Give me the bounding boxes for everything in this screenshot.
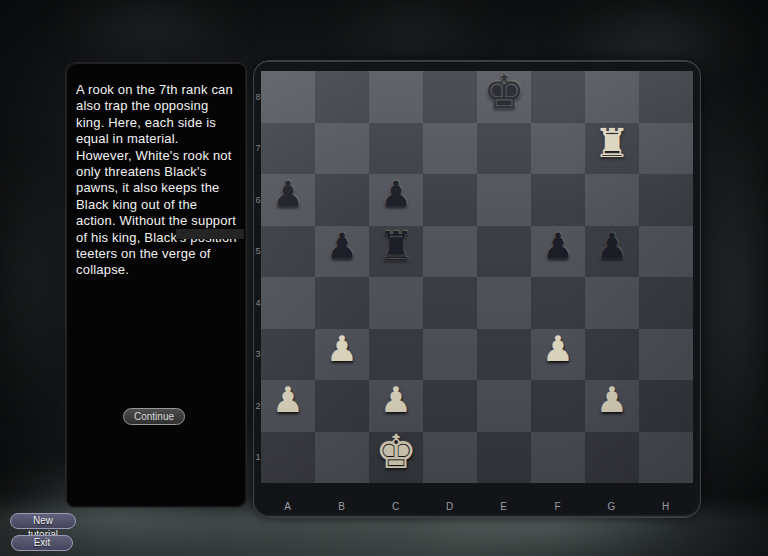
square-c3[interactable] <box>369 329 423 381</box>
square-d4[interactable] <box>423 277 477 329</box>
piece-black-pawn[interactable]: ♟ <box>542 229 573 264</box>
chess-board-frame: 87654321 ♚♜♟♟♟♜♟♟♟♟♟♟♟♚ ABCDEFGH <box>253 60 701 518</box>
square-g4[interactable] <box>585 277 639 329</box>
square-h4[interactable] <box>639 277 693 329</box>
square-a7[interactable] <box>261 123 315 175</box>
square-d8[interactable] <box>423 71 477 123</box>
square-d6[interactable] <box>423 174 477 226</box>
square-c6[interactable]: ♟ <box>369 174 423 226</box>
chess-board[interactable]: ♚♜♟♟♟♜♟♟♟♟♟♟♟♚ <box>261 71 693 483</box>
piece-white-pawn[interactable]: ♟ <box>326 332 357 367</box>
square-e8[interactable]: ♚ <box>477 71 531 123</box>
square-b6[interactable] <box>315 174 369 226</box>
square-c2[interactable]: ♟ <box>369 380 423 432</box>
square-a1[interactable] <box>261 432 315 484</box>
square-b1[interactable] <box>315 432 369 484</box>
square-f3[interactable]: ♟ <box>531 329 585 381</box>
square-b4[interactable] <box>315 277 369 329</box>
piece-black-pawn[interactable]: ♟ <box>272 177 303 212</box>
square-c1[interactable]: ♚ <box>369 432 423 484</box>
piece-black-pawn[interactable]: ♟ <box>326 229 357 264</box>
tutorial-panel: A rook on the 7th rank can also trap the… <box>65 62 247 508</box>
file-label-e: E <box>477 499 531 513</box>
file-label-a: A <box>261 499 315 513</box>
square-f2[interactable] <box>531 380 585 432</box>
square-b2[interactable] <box>315 380 369 432</box>
square-c5[interactable]: ♜ <box>369 226 423 278</box>
square-d1[interactable] <box>423 432 477 484</box>
continue-button[interactable]: Continue <box>123 408 185 425</box>
square-a5[interactable] <box>261 226 315 278</box>
file-label-g: G <box>585 499 639 513</box>
piece-white-pawn[interactable]: ♟ <box>380 383 411 418</box>
piece-black-pawn[interactable]: ♟ <box>380 177 411 212</box>
square-d2[interactable] <box>423 380 477 432</box>
square-b3[interactable]: ♟ <box>315 329 369 381</box>
square-g1[interactable] <box>585 432 639 484</box>
square-h2[interactable] <box>639 380 693 432</box>
square-h7[interactable] <box>639 123 693 175</box>
piece-white-rook[interactable]: ♜ <box>594 123 630 163</box>
square-a4[interactable] <box>261 277 315 329</box>
square-g8[interactable] <box>585 71 639 123</box>
piece-white-king[interactable]: ♚ <box>375 429 416 475</box>
square-c4[interactable] <box>369 277 423 329</box>
square-f6[interactable] <box>531 174 585 226</box>
piece-white-pawn[interactable]: ♟ <box>272 383 303 418</box>
square-b7[interactable] <box>315 123 369 175</box>
square-e7[interactable] <box>477 123 531 175</box>
square-g5[interactable]: ♟ <box>585 226 639 278</box>
file-label-d: D <box>423 499 477 513</box>
square-d7[interactable] <box>423 123 477 175</box>
piece-black-king[interactable]: ♚ <box>483 69 524 115</box>
text-reveal-bar <box>176 229 244 239</box>
square-g7[interactable]: ♜ <box>585 123 639 175</box>
square-h5[interactable] <box>639 226 693 278</box>
file-labels: ABCDEFGH <box>261 499 693 513</box>
smoke-layer <box>696 80 768 510</box>
square-h8[interactable] <box>639 71 693 123</box>
file-label-b: B <box>315 499 369 513</box>
square-e1[interactable] <box>477 432 531 484</box>
smoke-layer <box>0 140 66 420</box>
piece-black-pawn[interactable]: ♟ <box>596 229 627 264</box>
square-c7[interactable] <box>369 123 423 175</box>
tutorial-text: A rook on the 7th rank can also trap the… <box>66 63 246 279</box>
app-window: A rook on the 7th rank can also trap the… <box>0 0 768 556</box>
square-e2[interactable] <box>477 380 531 432</box>
exit-button[interactable]: Exit <box>11 535 73 551</box>
square-g3[interactable] <box>585 329 639 381</box>
square-f7[interactable] <box>531 123 585 175</box>
square-a6[interactable]: ♟ <box>261 174 315 226</box>
file-label-h: H <box>639 499 693 513</box>
piece-black-rook[interactable]: ♜ <box>378 226 414 266</box>
square-d3[interactable] <box>423 329 477 381</box>
piece-white-pawn[interactable]: ♟ <box>596 383 627 418</box>
square-f4[interactable] <box>531 277 585 329</box>
smoke-layer <box>320 0 500 66</box>
square-e3[interactable] <box>477 329 531 381</box>
square-h3[interactable] <box>639 329 693 381</box>
square-h1[interactable] <box>639 432 693 484</box>
square-f8[interactable] <box>531 71 585 123</box>
square-e5[interactable] <box>477 226 531 278</box>
square-f1[interactable] <box>531 432 585 484</box>
square-e6[interactable] <box>477 174 531 226</box>
square-g2[interactable]: ♟ <box>585 380 639 432</box>
square-c8[interactable] <box>369 71 423 123</box>
new-tutorial-button[interactable]: New tutorial <box>10 513 76 529</box>
square-b8[interactable] <box>315 71 369 123</box>
square-a8[interactable] <box>261 71 315 123</box>
piece-white-pawn[interactable]: ♟ <box>542 332 573 367</box>
square-e4[interactable] <box>477 277 531 329</box>
file-label-f: F <box>531 499 585 513</box>
square-a3[interactable] <box>261 329 315 381</box>
smoke-layer <box>50 0 250 62</box>
square-h6[interactable] <box>639 174 693 226</box>
square-b5[interactable]: ♟ <box>315 226 369 278</box>
square-f5[interactable]: ♟ <box>531 226 585 278</box>
square-a2[interactable]: ♟ <box>261 380 315 432</box>
square-d5[interactable] <box>423 226 477 278</box>
square-g6[interactable] <box>585 174 639 226</box>
file-label-c: C <box>369 499 423 513</box>
